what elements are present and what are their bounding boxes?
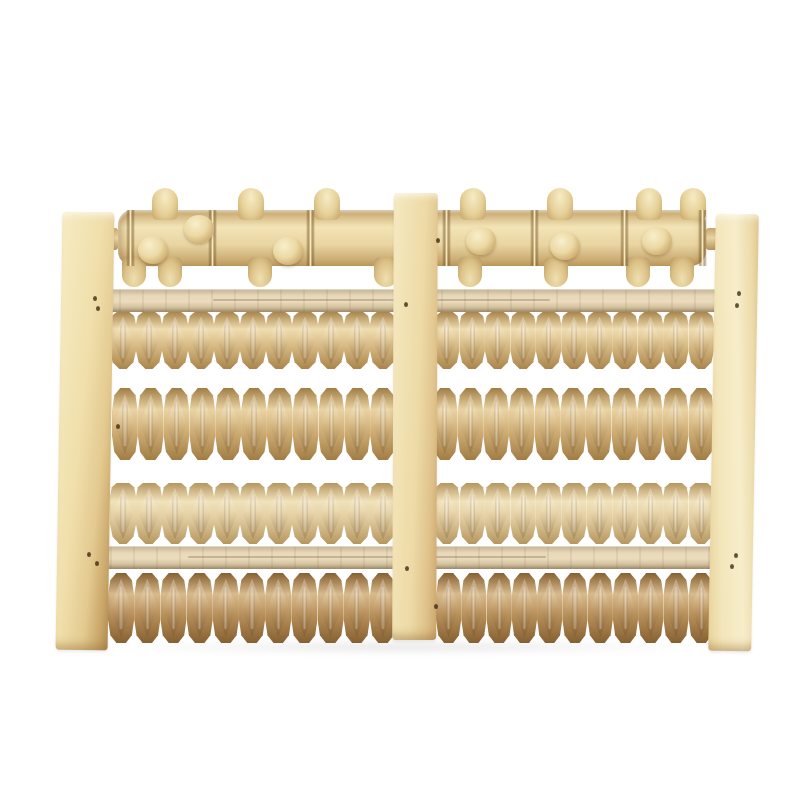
roller-bead [266,483,292,544]
roller-bead [292,312,318,369]
roller-bead [587,483,612,544]
massage-knob-face [466,227,496,255]
roller-bead [162,483,188,544]
roller-bead [561,483,586,544]
massage-knob-down [626,257,650,287]
roller-bead [265,573,291,643]
nail-hole [116,424,120,429]
roller-bead [535,388,561,460]
massage-knob-up [238,188,264,220]
roller-bead [436,573,461,643]
nail-hole [96,306,100,311]
roller-bead [483,388,509,460]
roller-bead [663,312,688,369]
roller-bead [586,388,612,460]
roller-bead [487,573,512,643]
roller-bead [536,483,561,544]
roller-bead [344,312,370,369]
bead-roller-row5-right [436,573,714,643]
roller-bead [134,573,160,643]
roller-bead [459,483,484,544]
roller-bead [509,388,535,460]
roller-bead [213,573,239,643]
roller-bead [560,388,586,460]
roller-bead [240,483,266,544]
roller-bead [663,388,689,460]
roller-bead [239,573,265,643]
massage-knob-up [152,188,178,220]
roller-bead [318,312,344,369]
bead-roller-row3-right [432,388,714,460]
roller-bead [215,388,241,460]
roller-bead [370,312,396,369]
roller-bead [510,483,535,544]
roller-bead [485,312,510,369]
nail-hole [87,552,91,557]
roller-bead [138,388,164,460]
nail-hole [737,291,741,296]
nail-hole [730,564,734,569]
roller-bead [188,312,214,369]
roller-bead [344,483,370,544]
roller-bead [241,388,267,460]
massage-knob-down [458,257,482,287]
roller-bead [240,312,266,369]
nail-hole [405,566,409,571]
roller-bead [663,573,688,643]
massage-knob-face [642,227,672,255]
roller-bead [344,388,370,460]
roller-bead [536,312,561,369]
nail-hole [93,296,97,301]
roller-bead [434,483,459,544]
roller-bead [587,312,612,369]
roller-bead [613,573,638,643]
frame-left-post [56,212,115,651]
roller-bead [188,483,214,544]
roller-bead [510,312,535,369]
massage-knob-face [184,215,214,243]
massage-knob-down [158,257,182,287]
roller-ring-groove [698,210,707,266]
roller-bead [612,312,637,369]
massage-knob-up [460,188,486,220]
roller-bead [663,483,688,544]
roller-bead [434,312,459,369]
massage-knob-up [314,188,340,220]
roller-bead [688,388,714,460]
roller-bead [638,483,663,544]
roller-bead [537,573,562,643]
massage-knob-up [547,188,573,220]
nail-hole [436,238,440,243]
roller-ring-groove [620,210,629,266]
roller-bead [108,573,134,643]
roller-bead [187,573,213,643]
nail-hole [404,302,408,307]
nail-hole [434,604,438,609]
massage-knob-up [636,188,662,220]
roller-bead [459,312,484,369]
roller-bead [344,573,370,643]
roller-ring-groove [442,210,451,266]
massage-knob-down [248,257,272,287]
roller-bead [637,388,663,460]
roller-bead [611,388,637,460]
roller-bead [110,483,136,544]
roller-bead [189,388,215,460]
roller-bead [458,388,484,460]
massage-knob-face [550,232,580,260]
roller-bead [562,573,587,643]
roller-bead [318,573,344,643]
roller-bead [136,483,162,544]
bead-roller-row4-right [434,483,714,544]
roller-bead [214,483,240,544]
roller-bead [461,573,486,643]
massage-knob-face [273,237,303,265]
roller-bead [689,312,714,369]
roller-bead [162,312,188,369]
roller-bead [136,312,162,369]
bead-roller-row5-left [108,573,396,643]
roller-bead [319,388,345,460]
roller-bead [318,483,344,544]
scene [0,0,800,800]
roller-bead [612,483,637,544]
nail-hole [734,553,738,558]
roller-ring-groove [126,210,135,266]
roller-bead [561,312,586,369]
roller-bead [588,573,613,643]
nail-hole [735,303,739,308]
roller-bead [110,312,136,369]
frame-right-post [708,214,759,652]
roller-bead [293,388,319,460]
bead-roller-row3-left [112,388,396,460]
roller-bead [638,312,663,369]
roller-ring-groove [306,210,315,266]
roller-bead [160,573,186,643]
bead-roller-row4-left [110,483,396,544]
roller-bead [266,312,292,369]
massage-knob-down [670,257,694,287]
roller-bead [164,388,190,460]
nail-hole [95,561,99,566]
bead-roller-row2-left [110,312,396,369]
roller-bead [214,312,240,369]
roller-bead [638,573,663,643]
roller-bead [512,573,537,643]
roller-bead [485,483,510,544]
roller-bead [291,573,317,643]
frame-middle-post [392,193,438,640]
roller-ring-groove [530,210,539,266]
roller-bead [292,483,318,544]
massage-knob-down [544,257,568,287]
roller-bead [267,388,293,460]
bead-roller-row2-right [434,312,714,369]
